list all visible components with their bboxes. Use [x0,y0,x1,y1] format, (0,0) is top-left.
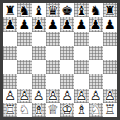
square-a7[interactable]: ♟♟ [3,17,17,31]
piece-mat: ♝ [74,3,88,17]
square-g4[interactable] [89,60,103,74]
square-a4[interactable] [3,60,17,74]
piece-black-pawn: ♟ [32,17,46,31]
square-g1[interactable]: ♞♘ [89,103,103,117]
piece-mat: ♚ [60,103,74,117]
piece-mat: ♛ [46,103,60,117]
piece-mat: ♟ [3,89,17,103]
piece-black-knight: ♞ [89,3,103,17]
piece-mat: ♟ [60,17,74,31]
square-c8[interactable]: ♝♝ [32,3,46,17]
square-b5[interactable] [17,46,31,60]
square-f8[interactable]: ♝♝ [74,3,88,17]
square-d1[interactable]: ♛♕ [46,103,60,117]
square-a8[interactable]: ♜♜ [3,3,17,17]
piece-white-queen: ♕ [46,103,60,117]
square-b3[interactable] [17,74,31,88]
square-f5[interactable] [74,46,88,60]
piece-mat: ♞ [89,3,103,17]
piece-white-bishop: ♗ [74,103,88,117]
piece-white-rook: ♖ [103,103,117,117]
piece-black-pawn: ♟ [46,17,60,31]
piece-mat: ♟ [60,89,74,103]
square-c7[interactable]: ♟♟ [32,17,46,31]
piece-mat: ♚ [60,3,74,17]
piece-white-knight: ♘ [89,103,103,117]
piece-black-pawn: ♟ [74,17,88,31]
piece-white-pawn: ♙ [89,89,103,103]
square-c5[interactable] [32,46,46,60]
square-e5[interactable] [60,46,74,60]
square-h2[interactable]: ♟♙ [103,89,117,103]
piece-mat: ♟ [3,17,17,31]
square-e8[interactable]: ♚♚ [60,3,74,17]
square-h3[interactable] [103,74,117,88]
piece-mat: ♟ [103,17,117,31]
piece-mat: ♜ [3,3,17,17]
piece-black-bishop: ♝ [74,3,88,17]
piece-black-pawn: ♟ [89,17,103,31]
square-g7[interactable]: ♟♟ [89,17,103,31]
square-a5[interactable] [3,46,17,60]
square-g2[interactable]: ♟♙ [89,89,103,103]
piece-white-knight: ♘ [17,103,31,117]
piece-black-knight: ♞ [17,3,31,17]
square-d5[interactable] [46,46,60,60]
square-b8[interactable]: ♞♞ [17,3,31,17]
piece-black-bishop: ♝ [32,3,46,17]
piece-mat: ♟ [32,17,46,31]
square-b4[interactable] [17,60,31,74]
piece-black-king: ♚ [60,3,74,17]
square-h8[interactable]: ♜♜ [103,3,117,17]
piece-mat: ♜ [103,3,117,17]
square-c4[interactable] [32,60,46,74]
square-h7[interactable]: ♟♟ [103,17,117,31]
piece-mat: ♟ [74,89,88,103]
piece-mat: ♟ [89,89,103,103]
square-f2[interactable]: ♟♙ [74,89,88,103]
piece-white-pawn: ♙ [32,89,46,103]
piece-mat: ♟ [17,17,31,31]
square-b6[interactable] [17,32,31,46]
square-e7[interactable]: ♟♟ [60,17,74,31]
square-b2[interactable]: ♟♙ [17,89,31,103]
square-d7[interactable]: ♟♟ [46,17,60,31]
piece-mat: ♜ [3,103,17,117]
chess-board: ♜♜♞♞♝♝♛♛♚♚♝♝♞♞♜♜♟♟♟♟♟♟♟♟♟♟♟♟♟♟♟♟♟♙♟♙♟♙♟♙… [3,3,117,117]
square-c3[interactable] [32,74,46,88]
piece-white-king: ♔ [60,103,74,117]
square-h4[interactable] [103,60,117,74]
square-b7[interactable]: ♟♟ [17,17,31,31]
piece-mat: ♞ [89,103,103,117]
square-d2[interactable]: ♟♙ [46,89,60,103]
square-e3[interactable] [60,74,74,88]
piece-white-pawn: ♙ [3,89,17,103]
square-b1[interactable]: ♞♘ [17,103,31,117]
piece-mat: ♛ [46,3,60,17]
piece-mat: ♟ [89,17,103,31]
piece-white-pawn: ♙ [17,89,31,103]
square-a1[interactable]: ♜♖ [3,103,17,117]
piece-mat: ♝ [74,103,88,117]
piece-mat: ♜ [103,103,117,117]
square-c2[interactable]: ♟♙ [32,89,46,103]
square-h5[interactable] [103,46,117,60]
piece-black-rook: ♜ [103,3,117,17]
piece-white-pawn: ♙ [103,89,117,103]
piece-white-pawn: ♙ [46,89,60,103]
square-d4[interactable] [46,60,60,74]
piece-mat: ♝ [32,103,46,117]
square-c6[interactable] [32,32,46,46]
square-h1[interactable]: ♜♖ [103,103,117,117]
square-d3[interactable] [46,74,60,88]
piece-black-pawn: ♟ [3,17,17,31]
square-e6[interactable] [60,32,74,46]
piece-mat: ♟ [32,89,46,103]
piece-mat: ♞ [17,3,31,17]
piece-black-pawn: ♟ [17,17,31,31]
piece-mat: ♟ [46,17,60,31]
board-frame: ♜♜♞♞♝♝♛♛♚♚♝♝♞♞♜♜♟♟♟♟♟♟♟♟♟♟♟♟♟♟♟♟♟♙♟♙♟♙♟♙… [0,0,120,120]
piece-black-pawn: ♟ [60,17,74,31]
square-a2[interactable]: ♟♙ [3,89,17,103]
piece-mat: ♞ [17,103,31,117]
square-e2[interactable]: ♟♙ [60,89,74,103]
square-g3[interactable] [89,74,103,88]
square-e4[interactable] [60,60,74,74]
square-f7[interactable]: ♟♟ [74,17,88,31]
piece-white-bishop: ♗ [32,103,46,117]
square-f1[interactable]: ♝♗ [74,103,88,117]
piece-mat: ♟ [46,89,60,103]
piece-white-pawn: ♙ [60,89,74,103]
piece-mat: ♟ [74,17,88,31]
square-f4[interactable] [74,60,88,74]
square-e1[interactable]: ♚♔ [60,103,74,117]
square-g6[interactable] [89,32,103,46]
square-a3[interactable] [3,74,17,88]
square-f3[interactable] [74,74,88,88]
piece-black-queen: ♛ [46,3,60,17]
square-a6[interactable] [3,32,17,46]
piece-white-pawn: ♙ [74,89,88,103]
square-g8[interactable]: ♞♞ [89,3,103,17]
square-g5[interactable] [89,46,103,60]
piece-mat: ♟ [17,89,31,103]
piece-white-rook: ♖ [3,103,17,117]
piece-black-pawn: ♟ [103,17,117,31]
piece-black-rook: ♜ [3,3,17,17]
piece-mat: ♟ [103,89,117,103]
square-h6[interactable] [103,32,117,46]
piece-mat: ♝ [32,3,46,17]
square-d8[interactable]: ♛♛ [46,3,60,17]
square-d6[interactable] [46,32,60,46]
square-f6[interactable] [74,32,88,46]
square-c1[interactable]: ♝♗ [32,103,46,117]
